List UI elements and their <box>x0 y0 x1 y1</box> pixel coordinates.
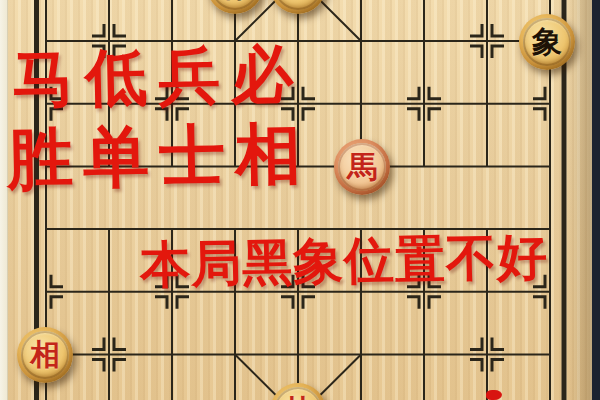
caption-line-3: 本局黑象位置不好 <box>140 232 549 291</box>
piece-glyph: 士 <box>283 0 313 1</box>
piece-glyph: 将 <box>220 0 250 1</box>
piece-glyph: 馬 <box>347 152 377 182</box>
piece-glyph: 帅 <box>283 396 313 400</box>
right-margin-strip <box>592 0 600 400</box>
red-elephant-piece[interactable]: 相 <box>17 327 73 383</box>
right-edge-shadow <box>568 0 592 400</box>
piece-glyph: 象 <box>532 27 562 57</box>
piece-glyph: 相 <box>30 340 60 370</box>
xiangqi-board[interactable]: 将士象馬相帅 马低兵必 胜单士相 本局黑象位置不好 <box>0 0 600 400</box>
black-elephant-piece[interactable]: 象 <box>519 14 575 70</box>
left-margin-strip <box>0 0 8 400</box>
red-horse-piece[interactable]: 馬 <box>334 139 390 195</box>
caption-line-2: 胜单士相 <box>6 121 311 193</box>
caption-line-1: 马低兵必 <box>11 43 304 111</box>
